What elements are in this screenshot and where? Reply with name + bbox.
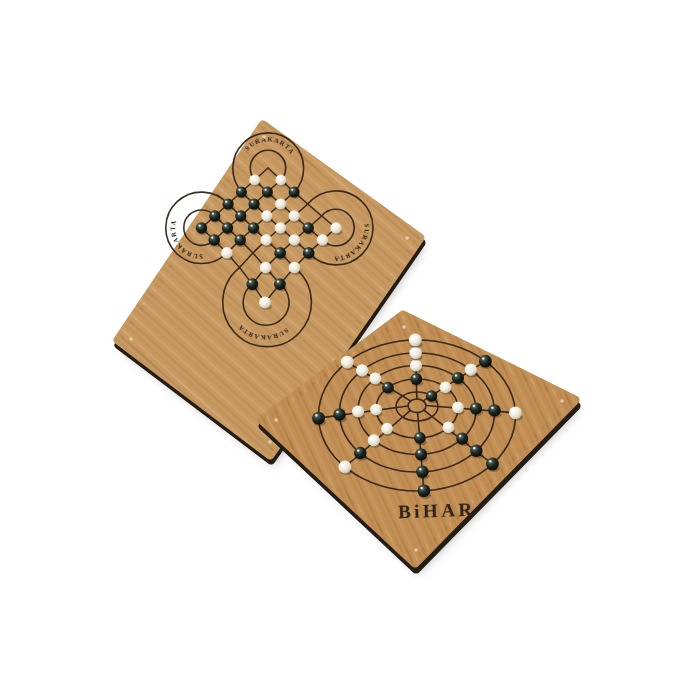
marble-black[interactable]: [234, 234, 246, 246]
marble-highlight: [355, 408, 357, 410]
marble-white[interactable]: [289, 210, 300, 221]
corner-hole: [262, 135, 266, 139]
marble-black[interactable]: [414, 432, 426, 444]
marble-highlight: [384, 425, 386, 427]
marble-highlight: [455, 374, 457, 376]
marble-highlight: [333, 225, 335, 227]
marble-highlight: [263, 264, 265, 266]
marble-highlight: [291, 237, 293, 239]
marble-black[interactable]: [486, 458, 499, 471]
marble-black[interactable]: [456, 433, 468, 445]
marble-white[interactable]: [509, 406, 522, 419]
marble-highlight: [418, 451, 420, 453]
marble-black[interactable]: [303, 247, 315, 259]
marble-white[interactable]: [275, 175, 286, 186]
marble-black[interactable]: [354, 447, 366, 459]
marble-highlight: [277, 249, 279, 251]
marble-white[interactable]: [339, 461, 352, 474]
marble-black[interactable]: [452, 372, 464, 384]
marble-black[interactable]: [274, 278, 286, 290]
marble-highlight: [429, 393, 431, 395]
corner-hole: [274, 418, 278, 422]
marble-highlight: [315, 414, 317, 416]
marble-white[interactable]: [440, 381, 452, 393]
marble-black[interactable]: [303, 222, 314, 233]
corner-hole: [405, 236, 409, 240]
marble-highlight: [468, 366, 470, 368]
marble-white[interactable]: [381, 423, 393, 435]
marble-black[interactable]: [246, 278, 258, 290]
marble-black[interactable]: [415, 448, 427, 460]
corner-hole: [560, 399, 564, 403]
marble-black[interactable]: [382, 382, 394, 394]
corner-hole: [414, 548, 418, 552]
marble-highlight: [336, 411, 338, 413]
marble-highlight: [249, 281, 251, 283]
marble-highlight: [442, 384, 444, 386]
marble-highlight: [224, 249, 226, 251]
marble-highlight: [445, 424, 447, 426]
marble-white[interactable]: [330, 222, 341, 233]
bihar-label: BiHAR: [398, 499, 476, 523]
marble-highlight: [265, 189, 267, 191]
marble-highlight: [277, 281, 279, 283]
marble-white[interactable]: [275, 198, 286, 209]
marble-highlight: [278, 177, 280, 179]
marble-highlight: [372, 375, 374, 377]
marble-black[interactable]: [209, 210, 220, 221]
corner-hole: [129, 337, 133, 341]
marble-white[interactable]: [260, 262, 272, 274]
marble-highlight: [419, 468, 421, 470]
marble-black[interactable]: [333, 408, 345, 420]
marble-highlight: [238, 213, 240, 215]
marble-highlight: [357, 449, 359, 451]
marble-highlight: [344, 358, 346, 360]
marble-white[interactable]: [443, 422, 455, 434]
marble-highlight: [211, 237, 213, 239]
marble-highlight: [291, 189, 293, 191]
marble-black[interactable]: [470, 402, 482, 414]
corner-hole: [268, 440, 272, 444]
marble-white[interactable]: [275, 222, 286, 233]
marble-black[interactable]: [235, 210, 246, 221]
marble-white[interactable]: [369, 372, 381, 384]
marble-highlight: [264, 213, 266, 215]
marble-highlight: [373, 406, 375, 408]
marble-black[interactable]: [426, 390, 437, 401]
marble-highlight: [491, 407, 493, 409]
marble-highlight: [413, 376, 415, 378]
marble-white[interactable]: [317, 234, 329, 246]
marble-white[interactable]: [452, 402, 464, 414]
marble-white[interactable]: [368, 434, 380, 446]
marble-white[interactable]: [410, 359, 422, 371]
marble-highlight: [385, 384, 387, 386]
marble-highlight: [251, 225, 253, 227]
marble-black[interactable]: [223, 198, 234, 209]
marble-white[interactable]: [356, 364, 368, 376]
marble-highlight: [342, 463, 344, 465]
marble-white[interactable]: [221, 247, 233, 259]
marble-white[interactable]: [249, 175, 260, 186]
marble-black[interactable]: [470, 445, 482, 457]
marble-highlight: [473, 447, 475, 449]
marble-black[interactable]: [416, 466, 428, 478]
marble-highlight: [239, 189, 241, 191]
marble-black[interactable]: [479, 355, 492, 368]
marble-highlight: [262, 299, 264, 301]
marble-black[interactable]: [289, 186, 300, 197]
marble-highlight: [278, 201, 280, 203]
marble-white[interactable]: [261, 210, 272, 221]
marble-highlight: [306, 249, 308, 251]
marble-black[interactable]: [222, 222, 233, 233]
marble-highlight: [291, 264, 293, 266]
marble-black[interactable]: [196, 222, 207, 233]
marble-white[interactable]: [352, 405, 364, 417]
marble-highlight: [199, 225, 201, 227]
scene: SURAKARTA SURAKARTA SURAKARTA SURAKARTA …: [0, 0, 700, 700]
marble-highlight: [459, 435, 461, 437]
marble-highlight: [359, 367, 361, 369]
marble-highlight: [417, 434, 419, 436]
corner-hole: [402, 325, 406, 329]
marble-black[interactable]: [417, 484, 430, 497]
marble-white[interactable]: [465, 363, 477, 375]
marble-highlight: [482, 357, 484, 359]
marble-white[interactable]: [260, 234, 272, 246]
marble-white[interactable]: [341, 356, 354, 369]
marble-highlight: [251, 201, 253, 203]
marble-highlight: [305, 225, 307, 227]
marble-black[interactable]: [274, 247, 286, 259]
marble-highlight: [412, 349, 414, 351]
marble-highlight: [413, 362, 415, 364]
marble-highlight: [512, 409, 514, 411]
marble-white[interactable]: [289, 234, 301, 246]
marble-highlight: [212, 213, 214, 215]
marble-black[interactable]: [312, 412, 325, 425]
marble-highlight: [455, 404, 457, 406]
marble-highlight: [225, 201, 227, 203]
product-photo: SURAKARTA SURAKARTA SURAKARTA SURAKARTA …: [0, 0, 700, 700]
marble-white[interactable]: [409, 334, 422, 347]
marble-white[interactable]: [370, 404, 382, 416]
marble-highlight: [473, 405, 475, 407]
marble-white[interactable]: [409, 347, 421, 359]
marble-black[interactable]: [410, 373, 422, 385]
marble-highlight: [291, 213, 293, 215]
marble-highlight: [277, 225, 279, 227]
marble-highlight: [320, 237, 322, 239]
marble-black[interactable]: [236, 186, 247, 197]
marble-highlight: [263, 237, 265, 239]
marble-highlight: [371, 437, 373, 439]
marble-black[interactable]: [208, 234, 220, 246]
marble-highlight: [237, 237, 239, 239]
marble-white[interactable]: [259, 296, 271, 308]
marble-highlight: [252, 177, 254, 179]
marble-black[interactable]: [262, 186, 273, 197]
marble-highlight: [412, 336, 414, 338]
marble-black[interactable]: [249, 198, 260, 209]
marble-black[interactable]: [248, 222, 259, 233]
marble-highlight: [421, 487, 423, 489]
marble-black[interactable]: [488, 404, 500, 416]
marble-highlight: [489, 460, 491, 462]
marble-highlight: [225, 225, 227, 227]
marble-white[interactable]: [289, 262, 301, 274]
